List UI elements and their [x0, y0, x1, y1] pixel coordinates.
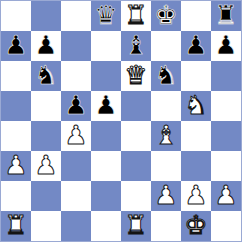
square-d7[interactable] — [91, 31, 121, 61]
piece-black-knight-icon[interactable]: ♞ — [34, 62, 57, 88]
square-a7[interactable]: ♟ — [1, 31, 31, 61]
square-f3[interactable] — [151, 151, 181, 181]
square-a3[interactable]: ♟ — [1, 151, 31, 181]
square-d6[interactable] — [91, 61, 121, 91]
piece-white-knight-icon[interactable]: ♞ — [184, 92, 207, 118]
piece-black-knight-icon[interactable]: ♞ — [154, 62, 177, 88]
square-h4[interactable] — [211, 121, 241, 151]
piece-black-rook-icon[interactable]: ♜ — [214, 2, 237, 28]
square-f7[interactable] — [151, 31, 181, 61]
square-c6[interactable] — [61, 61, 91, 91]
piece-black-pawn-icon[interactable]: ♟ — [184, 32, 207, 58]
square-a2[interactable] — [1, 181, 31, 211]
piece-white-king-icon[interactable]: ♚ — [184, 212, 207, 238]
square-h3[interactable] — [211, 151, 241, 181]
piece-white-rook-icon[interactable]: ♜ — [124, 2, 147, 28]
square-a4[interactable] — [1, 121, 31, 151]
square-b8[interactable] — [31, 1, 61, 31]
square-a8[interactable] — [1, 1, 31, 31]
piece-white-pawn-icon[interactable]: ♟ — [184, 182, 207, 208]
square-h7[interactable]: ♟ — [211, 31, 241, 61]
square-b4[interactable] — [31, 121, 61, 151]
square-e6[interactable]: ♛ — [121, 61, 151, 91]
piece-white-bishop-icon[interactable]: ♝ — [154, 122, 177, 148]
square-d1[interactable] — [91, 211, 121, 241]
piece-black-pawn-icon[interactable]: ♟ — [34, 32, 57, 58]
piece-black-pawn-icon[interactable]: ♟ — [4, 32, 27, 58]
square-e7[interactable]: ♝ — [121, 31, 151, 61]
square-f1[interactable] — [151, 211, 181, 241]
square-a1[interactable]: ♜ — [1, 211, 31, 241]
square-g3[interactable] — [181, 151, 211, 181]
square-c5[interactable]: ♟ — [61, 91, 91, 121]
square-c4[interactable]: ♟ — [61, 121, 91, 151]
square-b1[interactable] — [31, 211, 61, 241]
square-f6[interactable]: ♞ — [151, 61, 181, 91]
square-h1[interactable] — [211, 211, 241, 241]
square-f5[interactable] — [151, 91, 181, 121]
square-e2[interactable] — [121, 181, 151, 211]
square-g6[interactable] — [181, 61, 211, 91]
square-g4[interactable] — [181, 121, 211, 151]
piece-black-pawn-icon[interactable]: ♟ — [94, 92, 117, 118]
square-b6[interactable]: ♞ — [31, 61, 61, 91]
square-b3[interactable]: ♟ — [31, 151, 61, 181]
piece-white-pawn-icon[interactable]: ♟ — [4, 152, 27, 178]
piece-white-pawn-icon[interactable]: ♟ — [154, 182, 177, 208]
square-g2[interactable]: ♟ — [181, 181, 211, 211]
piece-white-rook-icon[interactable]: ♜ — [124, 212, 147, 238]
square-f8[interactable]: ♚ — [151, 1, 181, 31]
square-g5[interactable]: ♞ — [181, 91, 211, 121]
piece-black-pawn-icon[interactable]: ♟ — [214, 32, 237, 58]
piece-black-pawn-icon[interactable]: ♟ — [64, 92, 87, 118]
square-g8[interactable] — [181, 1, 211, 31]
square-a6[interactable] — [1, 61, 31, 91]
square-c1[interactable] — [61, 211, 91, 241]
square-h5[interactable] — [211, 91, 241, 121]
square-f4[interactable]: ♝ — [151, 121, 181, 151]
square-c2[interactable] — [61, 181, 91, 211]
square-f2[interactable]: ♟ — [151, 181, 181, 211]
square-e8[interactable]: ♜ — [121, 1, 151, 31]
square-b5[interactable] — [31, 91, 61, 121]
piece-black-bishop-icon[interactable]: ♝ — [124, 32, 147, 58]
square-e5[interactable] — [121, 91, 151, 121]
square-d5[interactable]: ♟ — [91, 91, 121, 121]
square-g1[interactable]: ♚ — [181, 211, 211, 241]
square-b2[interactable] — [31, 181, 61, 211]
square-e4[interactable] — [121, 121, 151, 151]
square-g7[interactable]: ♟ — [181, 31, 211, 61]
square-c3[interactable] — [61, 151, 91, 181]
square-d4[interactable] — [91, 121, 121, 151]
square-d2[interactable] — [91, 181, 121, 211]
square-e1[interactable]: ♜ — [121, 211, 151, 241]
piece-black-king-icon[interactable]: ♚ — [154, 2, 177, 28]
square-h2[interactable]: ♟ — [211, 181, 241, 211]
piece-white-queen-icon[interactable]: ♛ — [124, 62, 147, 88]
piece-white-pawn-icon[interactable]: ♟ — [34, 152, 57, 178]
square-c8[interactable] — [61, 1, 91, 31]
square-d3[interactable] — [91, 151, 121, 181]
square-h6[interactable] — [211, 61, 241, 91]
square-c7[interactable] — [61, 31, 91, 61]
chess-board: ♛♜♚♜♟♟♝♟♟♞♛♞♟♟♞♟♝♟♟♟♟♟♜♜♚ — [0, 0, 242, 242]
piece-white-pawn-icon[interactable]: ♟ — [214, 182, 237, 208]
square-h8[interactable]: ♜ — [211, 1, 241, 31]
piece-white-pawn-icon[interactable]: ♟ — [64, 122, 87, 148]
piece-black-queen-icon[interactable]: ♛ — [94, 2, 117, 28]
square-d8[interactable]: ♛ — [91, 1, 121, 31]
piece-white-rook-icon[interactable]: ♜ — [4, 212, 27, 238]
square-b7[interactable]: ♟ — [31, 31, 61, 61]
square-e3[interactable] — [121, 151, 151, 181]
square-a5[interactable] — [1, 91, 31, 121]
